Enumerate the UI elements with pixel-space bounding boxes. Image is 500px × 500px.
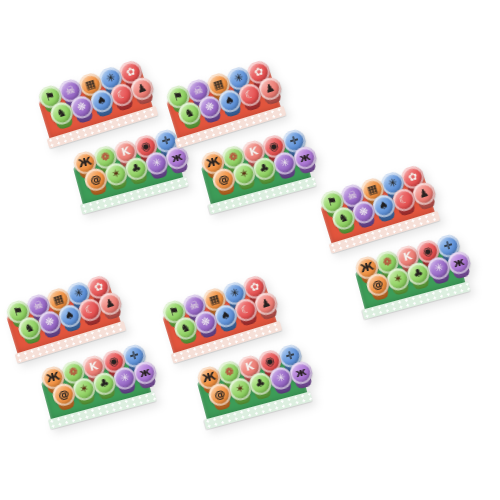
cat-icon: ♟: [417, 186, 430, 199]
stamp-tray-green: Ж❁K◉✛@✶♣✳ж: [201, 140, 312, 207]
witch-hat-icon: ⚑: [326, 194, 339, 207]
product-photo: ⚑☠▦✳✿♞❋♠☾♟Ж❁K◉✛@✶♣✳ж⚑☠▦✳✿♞❋♠☾♟Ж❁K◉✛@✶♣✳ж…: [0, 0, 500, 500]
flower-icon: ❁: [99, 150, 111, 163]
stamp-tray-red: ⚑☠▦✳✿♞❋♠☾♟: [166, 70, 282, 142]
letter-icon: K: [88, 360, 99, 373]
spider-icon: ✳: [228, 286, 240, 299]
bee-icon: ✶: [392, 272, 404, 285]
stamp-tray-red: ⚑☠▦✳✿♞❋♠☾♟: [6, 285, 122, 357]
stamp-tray-red: ⚑☠▦✳✿♞❋♠☾♟: [320, 175, 436, 247]
skull-icon: ☠: [188, 298, 201, 311]
butterfly2-icon: ж: [294, 365, 307, 378]
spider-web-icon: ❋: [44, 315, 56, 328]
black-cat-icon: ♞: [55, 106, 68, 119]
dragonfly-icon: ✛: [128, 349, 140, 362]
snail-icon: @: [217, 172, 230, 185]
bee-icon: ✶: [238, 167, 250, 180]
stamp-set-5: ⚑☠▦✳✿♞❋♠☾♟Ж❁K◉✛@✶♣✳ж: [168, 283, 348, 493]
dragonfly-icon: ✛: [284, 349, 296, 362]
skull-icon: ☠: [192, 83, 205, 96]
flower-icon: ❁: [223, 365, 235, 378]
dragonfly-icon: ✛: [160, 134, 172, 147]
ant-icon: ✳: [119, 371, 131, 384]
witch-hat-icon: ⚑: [168, 304, 181, 317]
moon-icon: ☾: [83, 302, 96, 315]
stamp-set-3: ⚑☠▦✳✿♞❋♠☾♟Ж❁K◉✛@✶♣✳ж: [326, 173, 500, 383]
ant-icon: ✳: [275, 371, 287, 384]
snail-icon: @: [89, 172, 102, 185]
ladybug-icon: ◉: [264, 354, 276, 367]
ladybug-icon: ◉: [422, 244, 434, 257]
dragonfly-icon: ✛: [288, 134, 300, 147]
spider-icon: ✳: [386, 176, 398, 189]
beetle-icon: ♣: [258, 161, 270, 174]
cat-icon: ♟: [135, 81, 148, 94]
gift-tv-icon: ▦: [84, 77, 97, 91]
moon-icon: ☾: [239, 302, 252, 315]
black-cat-icon: ♞: [179, 321, 192, 334]
cat-icon: ♟: [103, 296, 116, 309]
gift-tv-icon: ▦: [212, 77, 225, 91]
beetle-icon: ♣: [130, 161, 142, 174]
beetle-icon: ♣: [98, 376, 110, 389]
flower-icon: ✿: [248, 280, 260, 293]
butterfly-icon: Ж: [205, 155, 221, 169]
beetle-icon: ♣: [412, 266, 424, 279]
bat-icon: ♠: [377, 199, 390, 212]
spider-icon: ✳: [232, 71, 244, 84]
snail-icon: @: [213, 387, 226, 400]
flower-icon: ✿: [252, 65, 264, 78]
snail-icon: @: [57, 387, 70, 400]
bee-icon: ✶: [78, 382, 90, 395]
ant-icon: ✳: [279, 156, 291, 169]
skull-icon: ☠: [64, 83, 77, 96]
skull-icon: ☠: [32, 298, 45, 311]
butterfly-icon: Ж: [359, 260, 375, 274]
skull-icon: ☠: [346, 188, 359, 201]
stamp-tray-green: Ж❁K◉✛@✶♣✳ж: [355, 245, 466, 312]
spider-web-icon: ❋: [358, 205, 370, 218]
flower-icon: ❁: [381, 255, 393, 268]
moon-icon: ☾: [397, 192, 410, 205]
ant-icon: ✳: [433, 261, 445, 274]
bat-icon: ♠: [63, 309, 76, 322]
dragonfly-icon: ✛: [442, 239, 454, 252]
stamp-tray-red: ⚑☠▦✳✿♞❋♠☾♟: [38, 70, 154, 142]
spider-web-icon: ❋: [76, 100, 88, 113]
flower-icon: ✿: [92, 280, 104, 293]
moon-icon: ☾: [243, 87, 256, 100]
stamp-tray-green: Ж❁K◉✛@✶♣✳ж: [41, 355, 152, 422]
butterfly2-icon: ж: [452, 255, 465, 268]
butterfly-icon: Ж: [77, 155, 93, 169]
cat-icon: ♟: [263, 81, 276, 94]
letter-icon: K: [402, 250, 413, 263]
bee-icon: ✶: [234, 382, 246, 395]
bat-icon: ♠: [219, 309, 232, 322]
butterfly2-icon: ж: [298, 150, 311, 163]
butterfly2-icon: ж: [138, 365, 151, 378]
stamp-set-2: ⚑☠▦✳✿♞❋♠☾♟Ж❁K◉✛@✶♣✳ж: [172, 68, 352, 278]
bee-icon: ✶: [110, 167, 122, 180]
ladybug-icon: ◉: [140, 139, 152, 152]
spider-web-icon: ❋: [204, 100, 216, 113]
black-cat-icon: ♞: [183, 106, 196, 119]
ant-icon: ✳: [151, 156, 163, 169]
letter-icon: K: [248, 145, 259, 158]
moon-icon: ☾: [115, 87, 128, 100]
ladybug-icon: ◉: [108, 354, 120, 367]
letter-icon: K: [120, 145, 131, 158]
flower-icon: ❁: [67, 365, 79, 378]
gift-tv-icon: ▦: [52, 292, 65, 306]
beetle-icon: ♣: [254, 376, 266, 389]
stamp-tray-green: Ж❁K◉✛@✶♣✳ж: [197, 355, 308, 422]
butterfly-icon: Ж: [45, 370, 61, 384]
snail-icon: @: [371, 277, 384, 290]
stamp-tray-green: Ж❁K◉✛@✶♣✳ж: [73, 140, 184, 207]
bat-icon: ♠: [95, 94, 108, 107]
black-cat-icon: ♞: [23, 321, 36, 334]
witch-hat-icon: ⚑: [12, 304, 25, 317]
spider-icon: ✳: [104, 71, 116, 84]
ladybug-icon: ◉: [268, 139, 280, 152]
spider-icon: ✳: [72, 286, 84, 299]
flower-icon: ✿: [124, 65, 136, 78]
letter-icon: K: [244, 360, 255, 373]
butterfly-icon: Ж: [201, 370, 217, 384]
flower-icon: ❁: [227, 150, 239, 163]
flower-icon: ✿: [406, 170, 418, 183]
gift-tv-icon: ▦: [366, 182, 379, 196]
black-cat-icon: ♞: [337, 211, 350, 224]
witch-hat-icon: ⚑: [44, 89, 57, 102]
gift-tv-icon: ▦: [208, 292, 221, 306]
stamp-tray-red: ⚑☠▦✳✿♞❋♠☾♟: [162, 285, 278, 357]
witch-hat-icon: ⚑: [172, 89, 185, 102]
spider-web-icon: ❋: [200, 315, 212, 328]
cat-icon: ♟: [259, 296, 272, 309]
bat-icon: ♠: [223, 94, 236, 107]
